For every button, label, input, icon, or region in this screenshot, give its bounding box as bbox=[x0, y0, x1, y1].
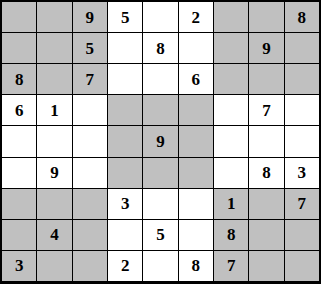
cell-r6c4[interactable] bbox=[108, 158, 142, 188]
cell-r3c4[interactable] bbox=[108, 64, 142, 94]
cell-r7c3[interactable] bbox=[73, 189, 107, 219]
cell-r5c8[interactable] bbox=[249, 126, 283, 156]
cell-r4c6[interactable] bbox=[179, 95, 213, 125]
cell-r1c1[interactable] bbox=[2, 2, 36, 32]
cell-r4c1[interactable]: 6 bbox=[2, 95, 36, 125]
cell-r3c3[interactable]: 7 bbox=[73, 64, 107, 94]
cell-r8c9[interactable] bbox=[285, 220, 319, 250]
cell-r9c7[interactable]: 7 bbox=[214, 251, 248, 281]
cell-r2c3[interactable]: 5 bbox=[73, 33, 107, 63]
cell-r2c7[interactable] bbox=[214, 33, 248, 63]
cell-r1c7[interactable] bbox=[214, 2, 248, 32]
cell-r5c9[interactable] bbox=[285, 126, 319, 156]
cell-r2c6[interactable] bbox=[179, 33, 213, 63]
cell-r2c4[interactable] bbox=[108, 33, 142, 63]
cell-r9c2[interactable] bbox=[37, 251, 71, 281]
cell-r4c3[interactable] bbox=[73, 95, 107, 125]
cell-r3c6[interactable]: 6 bbox=[179, 64, 213, 94]
cell-r9c9[interactable] bbox=[285, 251, 319, 281]
cell-r1c2[interactable] bbox=[37, 2, 71, 32]
cell-r6c1[interactable] bbox=[2, 158, 36, 188]
cell-r6c9[interactable]: 3 bbox=[285, 158, 319, 188]
cell-r2c2[interactable] bbox=[37, 33, 71, 63]
cell-r8c8[interactable] bbox=[249, 220, 283, 250]
cell-r6c2[interactable]: 9 bbox=[37, 158, 71, 188]
cell-r9c4[interactable]: 2 bbox=[108, 251, 142, 281]
cell-r8c3[interactable] bbox=[73, 220, 107, 250]
cell-r5c3[interactable] bbox=[73, 126, 107, 156]
cell-r2c8[interactable]: 9 bbox=[249, 33, 283, 63]
cell-r2c5[interactable]: 8 bbox=[143, 33, 177, 63]
cell-r8c2[interactable]: 4 bbox=[37, 220, 71, 250]
cell-r1c5[interactable] bbox=[143, 2, 177, 32]
cell-r1c9[interactable]: 8 bbox=[285, 2, 319, 32]
cell-r3c1[interactable]: 8 bbox=[2, 64, 36, 94]
cell-r9c6[interactable]: 8 bbox=[179, 251, 213, 281]
cell-r2c1[interactable] bbox=[2, 33, 36, 63]
cell-r2c9[interactable] bbox=[285, 33, 319, 63]
cell-r7c5[interactable] bbox=[143, 189, 177, 219]
cell-r1c4[interactable]: 5 bbox=[108, 2, 142, 32]
cell-r5c5[interactable]: 9 bbox=[143, 126, 177, 156]
cell-r3c8[interactable] bbox=[249, 64, 283, 94]
cell-r6c6[interactable] bbox=[179, 158, 213, 188]
cell-r3c2[interactable] bbox=[37, 64, 71, 94]
cell-r4c7[interactable] bbox=[214, 95, 248, 125]
cell-r6c3[interactable] bbox=[73, 158, 107, 188]
cell-r7c6[interactable] bbox=[179, 189, 213, 219]
cell-r5c4[interactable] bbox=[108, 126, 142, 156]
cell-r5c7[interactable] bbox=[214, 126, 248, 156]
cell-r9c1[interactable]: 3 bbox=[2, 251, 36, 281]
cell-r7c1[interactable] bbox=[2, 189, 36, 219]
cell-r8c7[interactable]: 8 bbox=[214, 220, 248, 250]
cell-r7c2[interactable] bbox=[37, 189, 71, 219]
cell-r6c8[interactable]: 8 bbox=[249, 158, 283, 188]
cell-r8c4[interactable] bbox=[108, 220, 142, 250]
cell-r3c7[interactable] bbox=[214, 64, 248, 94]
cell-r1c6[interactable]: 2 bbox=[179, 2, 213, 32]
cell-r6c7[interactable] bbox=[214, 158, 248, 188]
cell-r4c4[interactable] bbox=[108, 95, 142, 125]
cell-r8c6[interactable] bbox=[179, 220, 213, 250]
cell-r4c5[interactable] bbox=[143, 95, 177, 125]
cell-r3c9[interactable] bbox=[285, 64, 319, 94]
cell-r5c2[interactable] bbox=[37, 126, 71, 156]
cell-r7c8[interactable] bbox=[249, 189, 283, 219]
cell-r7c9[interactable]: 7 bbox=[285, 189, 319, 219]
cell-r8c1[interactable] bbox=[2, 220, 36, 250]
cell-r1c3[interactable]: 9 bbox=[73, 2, 107, 32]
cell-r4c2[interactable]: 1 bbox=[37, 95, 71, 125]
cell-r4c9[interactable] bbox=[285, 95, 319, 125]
cell-r4c8[interactable]: 7 bbox=[249, 95, 283, 125]
cell-r6c5[interactable] bbox=[143, 158, 177, 188]
cell-r5c6[interactable] bbox=[179, 126, 213, 156]
cell-r9c3[interactable] bbox=[73, 251, 107, 281]
cell-r3c5[interactable] bbox=[143, 64, 177, 94]
cell-r1c8[interactable] bbox=[249, 2, 283, 32]
cell-r9c8[interactable] bbox=[249, 251, 283, 281]
cell-r9c5[interactable] bbox=[143, 251, 177, 281]
sudoku-board: 952858987661799833174583287 bbox=[0, 0, 321, 284]
cell-r7c4[interactable]: 3 bbox=[108, 189, 142, 219]
cell-r5c1[interactable] bbox=[2, 126, 36, 156]
cell-r8c5[interactable]: 5 bbox=[143, 220, 177, 250]
cell-r7c7[interactable]: 1 bbox=[214, 189, 248, 219]
